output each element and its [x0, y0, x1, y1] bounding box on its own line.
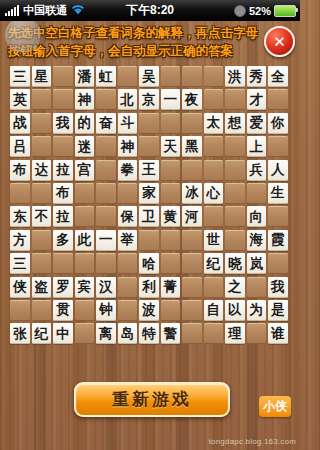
grid-cell-blocked — [32, 113, 52, 134]
grid-cell-char[interactable]: 菁 — [161, 277, 181, 298]
screenshot-watermark-disc — [5, 17, 41, 53]
grid-cell-char[interactable]: 心 — [204, 183, 224, 204]
grid-cell-blocked — [32, 253, 52, 274]
grid-cell-char[interactable]: 东 — [10, 206, 30, 227]
battery-icon — [274, 5, 296, 17]
grid-cell-blocked — [75, 253, 95, 274]
grid-cell-char[interactable]: 之 — [225, 277, 245, 298]
grid-cell-char[interactable]: 拉 — [53, 160, 73, 181]
grid-cell-char[interactable]: 宾 — [75, 277, 95, 298]
grid-cell-char[interactable]: 迷 — [75, 136, 95, 157]
grid-cell-char[interactable]: 才 — [247, 89, 267, 110]
grid-cell-char[interactable]: 海 — [247, 230, 267, 251]
grid-cell-char[interactable]: 岛 — [118, 323, 138, 344]
grid-cell-blocked — [118, 277, 138, 298]
grid-cell-blocked — [32, 89, 52, 110]
grid-cell-blocked — [75, 206, 95, 227]
restart-game-button[interactable]: 重新游戏 — [74, 382, 230, 417]
grid-cell-blocked — [225, 230, 245, 251]
grid-cell-char[interactable]: 全 — [268, 66, 288, 87]
grid-cell-char[interactable]: 多 — [53, 230, 73, 251]
grid-cell-char[interactable]: 此 — [75, 230, 95, 251]
grid-cell-blocked — [53, 89, 73, 110]
grid-cell-char[interactable]: 太 — [204, 113, 224, 134]
grid-cell-blocked — [268, 206, 288, 227]
close-icon[interactable]: ✕ — [264, 26, 295, 57]
grid-cell-char[interactable]: 离 — [96, 323, 116, 344]
grid-cell-blocked — [75, 300, 95, 321]
grid-cell-blocked — [225, 136, 245, 157]
grid-cell-blocked — [204, 206, 224, 227]
grid-cell-blocked — [204, 277, 224, 298]
grid-cell-blocked — [139, 113, 159, 134]
grid-cell-char[interactable]: 京 — [139, 89, 159, 110]
grid-cell-char[interactable]: 你 — [268, 113, 288, 134]
grid-cell-char[interactable]: 拳 — [118, 160, 138, 181]
grid-cell-char[interactable]: 的 — [75, 113, 95, 134]
grid-cell-blocked — [225, 206, 245, 227]
grid-cell-blocked — [204, 89, 224, 110]
grid-cell-blocked — [118, 300, 138, 321]
grid-cell-char[interactable]: 家 — [139, 183, 159, 204]
instruction-text: 先选中空白格子查看词条的解释，再点击字母 按钮输入首字母，会自动显示正确的答案 — [8, 24, 270, 60]
grid-cell-char[interactable]: 岚 — [247, 253, 267, 274]
grid-cell-blocked — [161, 160, 181, 181]
grid-cell-blocked — [247, 183, 267, 204]
grid-cell-blocked — [32, 183, 52, 204]
grid-cell-blocked — [118, 253, 138, 274]
grid-cell-char[interactable]: 洪 — [225, 66, 245, 87]
grid-cell-char[interactable]: 以 — [225, 300, 245, 321]
orientation-lock-icon — [234, 5, 246, 17]
grid-cell-char[interactable]: 一 — [161, 89, 181, 110]
grid-cell-char[interactable]: 河 — [182, 206, 202, 227]
grid-cell-blocked — [118, 183, 138, 204]
grid-cell-blocked — [247, 323, 267, 344]
grid-cell-blocked — [161, 66, 181, 87]
grid-cell-char[interactable]: 黑 — [182, 136, 202, 157]
grid-cell-blocked — [161, 253, 181, 274]
grid-cell-char[interactable]: 盗 — [32, 277, 52, 298]
grid-cell-blocked — [53, 253, 73, 274]
grid-cell-blocked — [268, 89, 288, 110]
grid-cell-blocked — [96, 89, 116, 110]
crossword-board: 三星潘虹吴洪秀全英神北京一夜才战我的奋斗太想爱你吕迷神天黑上布达拉宫拳王兵人布家… — [10, 66, 288, 344]
instruction-line-1: 先选中空白格子查看词条的解释，再点击字母 — [8, 24, 270, 42]
grid-cell-blocked — [182, 323, 202, 344]
grid-cell-blocked — [75, 183, 95, 204]
grid-cell-blocked — [10, 183, 30, 204]
grid-cell-blocked — [182, 300, 202, 321]
grid-cell-char[interactable]: 斗 — [118, 113, 138, 134]
grid-cell-char[interactable]: 警 — [161, 323, 181, 344]
grid-cell-char[interactable]: 不 — [32, 206, 52, 227]
grid-cell-char[interactable]: 是 — [268, 300, 288, 321]
grid-cell-char[interactable]: 三 — [10, 253, 30, 274]
grid-cell-char[interactable]: 潘 — [75, 66, 95, 87]
grid-cell-char[interactable]: 为 — [247, 300, 267, 321]
battery-percent: 52% — [249, 5, 271, 17]
grid-cell-char[interactable]: 纪 — [204, 253, 224, 274]
grid-cell-blocked — [32, 230, 52, 251]
grid-cell-blocked — [53, 66, 73, 87]
grid-cell-char[interactable]: 自 — [204, 300, 224, 321]
status-bar: 中国联通 下午8:20 52% — [0, 0, 300, 21]
grid-cell-char[interactable]: 吴 — [139, 66, 159, 87]
grid-cell-char[interactable]: 我 — [268, 277, 288, 298]
grid-cell-char[interactable]: 夜 — [182, 89, 202, 110]
grid-cell-char[interactable]: 爱 — [247, 113, 267, 134]
grid-cell-char[interactable]: 星 — [32, 66, 52, 87]
grid-cell-blocked — [182, 66, 202, 87]
grid-cell-char[interactable]: 世 — [204, 230, 224, 251]
watermark-url: tongdapc.blog.163.com — [209, 437, 296, 446]
grid-cell-blocked — [182, 253, 202, 274]
grid-cell-blocked — [204, 66, 224, 87]
grid-cell-char[interactable]: 罗 — [53, 277, 73, 298]
grid-cell-blocked — [182, 160, 202, 181]
grid-cell-char[interactable]: 举 — [118, 230, 138, 251]
brand-badge: 小侠 — [259, 396, 291, 417]
grid-cell-char[interactable]: 王 — [139, 160, 159, 181]
grid-cell-char[interactable]: 张 — [10, 323, 30, 344]
grid-cell-blocked — [247, 277, 267, 298]
grid-cell-char[interactable]: 想 — [225, 113, 245, 134]
grid-cell-char[interactable]: 战 — [10, 113, 30, 134]
grid-cell-blocked — [96, 206, 116, 227]
grid-cell-char[interactable]: 宫 — [75, 160, 95, 181]
grid-cell-char[interactable]: 布 — [53, 183, 73, 204]
grid-cell-char[interactable]: 神 — [118, 136, 138, 157]
grid-cell-blocked — [161, 230, 181, 251]
grid-cell-char[interactable]: 哈 — [139, 253, 159, 274]
grid-cell-char[interactable]: 拉 — [53, 206, 73, 227]
grid-cell-char[interactable]: 方 — [10, 230, 30, 251]
grid-cell-char[interactable]: 兵 — [247, 160, 267, 181]
grid-cell-blocked — [139, 136, 159, 157]
grid-cell-blocked — [268, 253, 288, 274]
grid-cell-blocked — [96, 183, 116, 204]
grid-cell-blocked — [225, 89, 245, 110]
grid-cell-blocked — [182, 277, 202, 298]
grid-cell-char[interactable]: 霞 — [268, 230, 288, 251]
grid-cell-blocked — [161, 300, 181, 321]
instruction-line-2: 按钮输入首字母，会自动显示正确的答案 — [8, 42, 270, 60]
grid-cell-char[interactable]: 我 — [53, 113, 73, 134]
grid-cell-char[interactable]: 人 — [268, 160, 288, 181]
grid-cell-char[interactable]: 北 — [118, 89, 138, 110]
grid-cell-blocked — [32, 300, 52, 321]
grid-cell-char[interactable]: 贯 — [53, 300, 73, 321]
grid-cell-blocked — [10, 300, 30, 321]
grid-cell-char[interactable]: 达 — [32, 160, 52, 181]
grid-cell-char[interactable]: 中 — [53, 323, 73, 344]
grid-cell-char[interactable]: 保 — [118, 206, 138, 227]
grid-cell-blocked — [96, 253, 116, 274]
grid-cell-char[interactable]: 理 — [225, 323, 245, 344]
grid-cell-blocked — [225, 160, 245, 181]
grid-cell-char[interactable]: 天 — [161, 136, 181, 157]
grid-cell-blocked — [161, 113, 181, 134]
grid-cell-char[interactable]: 英 — [10, 89, 30, 110]
grid-cell-char[interactable]: 利 — [139, 277, 159, 298]
grid-cell-char[interactable]: 波 — [139, 300, 159, 321]
grid-cell-char[interactable]: 晓 — [225, 253, 245, 274]
grid-cell-char[interactable]: 三 — [10, 66, 30, 87]
grid-cell-blocked — [53, 136, 73, 157]
grid-cell-char[interactable]: 秀 — [247, 66, 267, 87]
grid-cell-char[interactable]: 侠 — [10, 277, 30, 298]
grid-cell-char[interactable]: 纪 — [32, 323, 52, 344]
grid-cell-char[interactable]: 黄 — [161, 206, 181, 227]
grid-cell-char[interactable]: 向 — [247, 206, 267, 227]
grid-cell-char[interactable]: 布 — [10, 160, 30, 181]
grid-cell-blocked — [96, 160, 116, 181]
grid-cell-blocked — [204, 136, 224, 157]
grid-cell-char[interactable]: 卫 — [139, 206, 159, 227]
grid-cell-blocked — [204, 160, 224, 181]
grid-cell-blocked — [268, 136, 288, 157]
grid-cell-blocked — [161, 183, 181, 204]
grid-cell-char[interactable]: 神 — [75, 89, 95, 110]
grid-cell-blocked — [118, 66, 138, 87]
grid-cell-blocked — [182, 230, 202, 251]
grid-cell-char[interactable]: 钟 — [96, 300, 116, 321]
grid-cell-blocked — [204, 323, 224, 344]
grid-cell-char[interactable]: 吕 — [10, 136, 30, 157]
grid-cell-blocked — [225, 183, 245, 204]
grid-cell-blocked — [139, 230, 159, 251]
grid-cell-blocked — [96, 136, 116, 157]
grid-cell-blocked — [32, 136, 52, 157]
grid-cell-char[interactable]: 一 — [96, 230, 116, 251]
grid-cell-blocked — [75, 323, 95, 344]
grid-cell-char[interactable]: 特 — [139, 323, 159, 344]
grid-cell-char[interactable]: 谁 — [268, 323, 288, 344]
grid-cell-char[interactable]: 生 — [268, 183, 288, 204]
grid-cell-char[interactable]: 上 — [247, 136, 267, 157]
grid-cell-char[interactable]: 虹 — [96, 66, 116, 87]
grid-cell-char[interactable]: 汉 — [96, 277, 116, 298]
grid-cell-blocked — [182, 113, 202, 134]
grid-cell-char[interactable]: 冰 — [182, 183, 202, 204]
grid-cell-char[interactable]: 奋 — [96, 113, 116, 134]
